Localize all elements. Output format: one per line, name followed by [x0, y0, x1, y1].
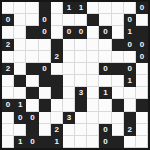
cell-r7c0[interactable] — [2, 87, 14, 99]
cell-r10c3[interactable] — [39, 124, 51, 136]
cell-r8c0[interactable]: 0 — [2, 99, 14, 111]
cell-r4c11[interactable]: 0 — [136, 51, 148, 63]
cell-r9c0[interactable] — [2, 112, 14, 124]
cell-digit: 2 — [55, 53, 59, 61]
cell-r0c0[interactable] — [2, 2, 14, 14]
cell-r4c2[interactable] — [26, 51, 38, 63]
cell-digit: 0 — [30, 114, 34, 122]
cell-r3c3[interactable] — [39, 39, 51, 51]
cell-r5c8[interactable]: 0 — [99, 63, 111, 75]
cell-digit: 3 — [79, 89, 83, 97]
cell-r8c11[interactable] — [136, 99, 148, 111]
cell-r6c0[interactable] — [2, 75, 14, 87]
cell-r0c6[interactable]: 1 — [75, 2, 87, 14]
cell-r10c5[interactable] — [63, 124, 75, 136]
cell-r11c0[interactable] — [2, 136, 14, 148]
cell-r10c0[interactable] — [2, 124, 14, 136]
cell-r3c8[interactable] — [99, 39, 111, 51]
cell-r0c9[interactable] — [112, 2, 124, 14]
cell-digit: 1 — [128, 28, 132, 36]
cell-r7c4[interactable] — [51, 87, 63, 99]
cell-r11c8[interactable]: 0 — [99, 136, 111, 148]
cell-r11c7[interactable] — [87, 136, 99, 148]
cell-r6c4[interactable] — [51, 75, 63, 87]
cell-digit: 0 — [103, 138, 107, 146]
cell-r3c0[interactable]: 2 — [2, 39, 14, 51]
cell-r2c5[interactable]: 0 — [63, 26, 75, 38]
cell-r4c4[interactable]: 2 — [51, 51, 63, 63]
cell-r3c11[interactable]: 0 — [136, 39, 148, 51]
cell-r6c1[interactable] — [14, 75, 26, 87]
cell-r5c2[interactable] — [26, 63, 38, 75]
cell-digit: 0 — [42, 28, 46, 36]
cell-digit: 0 — [42, 16, 46, 24]
cell-r2c6[interactable]: 0 — [75, 26, 87, 38]
cell-r2c2[interactable] — [26, 26, 38, 38]
cell-r4c1[interactable] — [14, 51, 26, 63]
cell-r7c1[interactable] — [14, 87, 26, 99]
cell-r11c2[interactable]: 0 — [26, 136, 38, 148]
cell-r6c8[interactable] — [99, 75, 111, 87]
cell-digit: 0 — [103, 126, 107, 134]
cell-r10c2[interactable] — [26, 124, 38, 136]
cell-digit: 0 — [6, 16, 10, 24]
cell-r6c10[interactable]: 1 — [124, 75, 136, 87]
cell-r11c6[interactable] — [75, 136, 87, 148]
cell-digit: 0 — [6, 101, 10, 109]
cell-r11c1[interactable]: 1 — [14, 136, 26, 148]
puzzle-board: 11000000001200202000131010032021010 — [0, 0, 150, 150]
cell-r7c9[interactable] — [112, 87, 124, 99]
cell-r1c2[interactable] — [26, 14, 38, 26]
cell-digit: 1 — [103, 89, 107, 97]
cell-digit: 0 — [128, 16, 132, 24]
cell-r10c11[interactable] — [136, 124, 148, 136]
cell-r5c10[interactable]: 0 — [124, 63, 136, 75]
cell-r8c5[interactable] — [63, 99, 75, 111]
cell-digit: 2 — [55, 126, 59, 134]
cell-r10c9[interactable] — [112, 124, 124, 136]
cell-r5c1[interactable] — [14, 63, 26, 75]
cell-r11c5[interactable] — [63, 136, 75, 148]
cell-r3c4[interactable] — [51, 39, 63, 51]
cell-r2c7[interactable] — [87, 26, 99, 38]
cell-r3c6[interactable] — [75, 39, 87, 51]
cell-r0c3[interactable] — [39, 2, 51, 14]
cell-r9c5[interactable]: 3 — [63, 112, 75, 124]
cell-digit: 0 — [103, 28, 107, 36]
cell-r0c8[interactable] — [99, 2, 111, 14]
cell-r1c5[interactable] — [63, 14, 75, 26]
cell-r6c6[interactable] — [75, 75, 87, 87]
cell-r8c6[interactable] — [75, 99, 87, 111]
cell-r8c2[interactable] — [26, 99, 38, 111]
cell-r5c3[interactable]: 0 — [39, 63, 51, 75]
cell-r4c3[interactable] — [39, 51, 51, 63]
cell-r1c8[interactable] — [99, 14, 111, 26]
cell-r7c11[interactable] — [136, 87, 148, 99]
cell-r10c8[interactable]: 0 — [99, 124, 111, 136]
cell-r1c7[interactable] — [87, 14, 99, 26]
cell-r8c4[interactable] — [51, 99, 63, 111]
cell-r6c9[interactable] — [112, 75, 124, 87]
cell-r2c10[interactable]: 1 — [124, 26, 136, 38]
cell-r0c2[interactable] — [26, 2, 38, 14]
cell-digit: 0 — [140, 4, 144, 12]
cell-r2c1[interactable] — [14, 26, 26, 38]
cell-r4c9[interactable] — [112, 51, 124, 63]
cell-r1c0[interactable]: 0 — [2, 14, 14, 26]
cell-r11c9[interactable] — [112, 136, 124, 148]
cell-r4c0[interactable] — [2, 51, 14, 63]
cell-digit: 0 — [30, 138, 34, 146]
cell-r5c5[interactable] — [63, 63, 75, 75]
cell-r2c9[interactable] — [112, 26, 124, 38]
cell-r1c3[interactable]: 0 — [39, 14, 51, 26]
cell-r6c7[interactable] — [87, 75, 99, 87]
cell-r3c7[interactable] — [87, 39, 99, 51]
cell-r0c1[interactable] — [14, 2, 26, 14]
cell-r4c10[interactable] — [124, 51, 136, 63]
cell-r1c10[interactable]: 0 — [124, 14, 136, 26]
puzzle-page: 11000000001200202000131010032021010 — [0, 0, 150, 150]
cell-r1c6[interactable] — [75, 14, 87, 26]
cell-r4c7[interactable] — [87, 51, 99, 63]
cell-r8c3[interactable] — [39, 99, 51, 111]
cell-r6c5[interactable] — [63, 75, 75, 87]
cell-r7c2[interactable] — [26, 87, 38, 99]
cell-digit: 3 — [67, 114, 71, 122]
cell-r1c4[interactable] — [51, 14, 63, 26]
cell-r6c2[interactable] — [26, 75, 38, 87]
cell-r8c1[interactable]: 1 — [14, 99, 26, 111]
cell-r9c11[interactable] — [136, 112, 148, 124]
cell-r11c4[interactable]: 1 — [51, 136, 63, 148]
cell-r5c7[interactable] — [87, 63, 99, 75]
cell-r8c9[interactable] — [112, 99, 124, 111]
cell-r5c11[interactable] — [136, 63, 148, 75]
cell-r0c10[interactable] — [124, 2, 136, 14]
cell-digit: 1 — [18, 138, 22, 146]
cell-r3c10[interactable]: 0 — [124, 39, 136, 51]
cell-digit: 2 — [128, 126, 132, 134]
cell-r10c7[interactable] — [87, 124, 99, 136]
cell-r10c4[interactable]: 2 — [51, 124, 63, 136]
cell-r9c6[interactable] — [75, 112, 87, 124]
cell-r9c3[interactable] — [39, 112, 51, 124]
cell-r9c1[interactable]: 0 — [14, 112, 26, 124]
cell-r0c7[interactable] — [87, 2, 99, 14]
cell-r4c5[interactable] — [63, 51, 75, 63]
cell-r3c5[interactable] — [63, 39, 75, 51]
cell-digit: 1 — [55, 138, 59, 146]
cell-digit: 0 — [128, 65, 132, 73]
cell-r5c0[interactable]: 2 — [2, 63, 14, 75]
cell-r3c2[interactable] — [26, 39, 38, 51]
cell-r3c9[interactable] — [112, 39, 124, 51]
cell-digit: 0 — [128, 41, 132, 49]
cell-r8c10[interactable] — [124, 99, 136, 111]
cell-r0c11[interactable]: 0 — [136, 2, 148, 14]
cell-r7c6[interactable]: 3 — [75, 87, 87, 99]
cell-r11c11[interactable] — [136, 136, 148, 148]
cell-r7c5[interactable] — [63, 87, 75, 99]
cell-r11c10[interactable] — [124, 136, 136, 148]
cell-digit: 0 — [140, 41, 144, 49]
cell-digit: 1 — [128, 77, 132, 85]
cell-digit: 0 — [140, 53, 144, 61]
cell-r1c11[interactable] — [136, 14, 148, 26]
cell-r10c6[interactable] — [75, 124, 87, 136]
cell-r7c3[interactable] — [39, 87, 51, 99]
cell-r5c4[interactable] — [51, 63, 63, 75]
cell-r2c0[interactable] — [2, 26, 14, 38]
cell-r7c8[interactable]: 1 — [99, 87, 111, 99]
cell-digit: 0 — [67, 28, 71, 36]
cell-r9c9[interactable] — [112, 112, 124, 124]
cell-digit: 0 — [103, 65, 107, 73]
cell-digit: 0 — [18, 114, 22, 122]
cell-r9c8[interactable] — [99, 112, 111, 124]
cell-r4c8[interactable] — [99, 51, 111, 63]
cell-r1c1[interactable] — [14, 14, 26, 26]
cell-r5c6[interactable] — [75, 63, 87, 75]
cell-digit: 2 — [6, 65, 10, 73]
cell-r2c8[interactable]: 0 — [99, 26, 111, 38]
cell-r0c4[interactable] — [51, 2, 63, 14]
cell-digit: 1 — [79, 4, 83, 12]
cell-r1c9[interactable] — [112, 14, 124, 26]
cell-r2c4[interactable] — [51, 26, 63, 38]
cell-r9c10[interactable] — [124, 112, 136, 124]
cell-digit: 0 — [42, 65, 46, 73]
cell-r2c11[interactable] — [136, 26, 148, 38]
cell-r9c2[interactable]: 0 — [26, 112, 38, 124]
cell-r10c1[interactable] — [14, 124, 26, 136]
cell-r9c7[interactable] — [87, 112, 99, 124]
cell-r9c4[interactable] — [51, 112, 63, 124]
cell-r4c6[interactable] — [75, 51, 87, 63]
cell-digit: 1 — [18, 101, 22, 109]
cell-r8c8[interactable] — [99, 99, 111, 111]
cell-r11c3[interactable] — [39, 136, 51, 148]
cell-r10c10[interactable]: 2 — [124, 124, 136, 136]
cell-r2c3[interactable]: 0 — [39, 26, 51, 38]
cell-r6c3[interactable] — [39, 75, 51, 87]
cell-digit: 2 — [6, 41, 10, 49]
cell-digit: 0 — [79, 28, 83, 36]
cell-r8c7[interactable] — [87, 99, 99, 111]
cell-r7c10[interactable] — [124, 87, 136, 99]
cell-r7c7[interactable] — [87, 87, 99, 99]
cell-r5c9[interactable] — [112, 63, 124, 75]
cell-r3c1[interactable] — [14, 39, 26, 51]
cell-r6c11[interactable] — [136, 75, 148, 87]
cell-digit: 1 — [67, 4, 71, 12]
cell-r0c5[interactable]: 1 — [63, 2, 75, 14]
